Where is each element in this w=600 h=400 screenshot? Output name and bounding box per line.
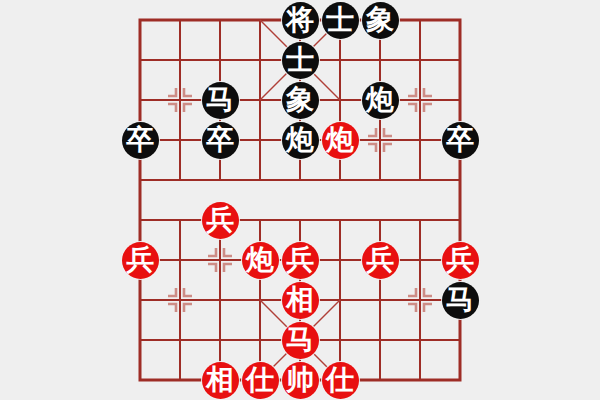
board-cell[interactable]: 炮 — [240, 240, 280, 280]
board-cell[interactable] — [400, 160, 440, 200]
board-cell[interactable] — [240, 280, 280, 320]
board-cell[interactable] — [160, 120, 200, 160]
board-cell[interactable] — [400, 0, 440, 40]
board-cell[interactable] — [120, 0, 160, 40]
board-cell[interactable] — [120, 80, 160, 120]
xiangqi-app: 将士象士马象炮卒卒炮炮卒兵兵炮兵兵兵相马马相仕帅仕 — [0, 0, 600, 400]
board-cell[interactable] — [200, 240, 240, 280]
board-cell[interactable] — [320, 200, 360, 240]
board-cell[interactable] — [400, 280, 440, 320]
board-cell[interactable] — [160, 80, 200, 120]
board-cell[interactable] — [120, 280, 160, 320]
board-cell[interactable] — [120, 360, 160, 400]
piece-red-soldier[interactable]: 兵 — [362, 242, 399, 279]
board-cell[interactable] — [200, 320, 240, 360]
board-cell[interactable] — [200, 160, 240, 200]
board-cell[interactable] — [320, 240, 360, 280]
board-cell[interactable]: 兵 — [120, 240, 160, 280]
board-cell[interactable] — [160, 40, 200, 80]
piece-black-horse[interactable]: 马 — [442, 282, 479, 319]
board-cell[interactable] — [120, 160, 160, 200]
board-cell[interactable] — [240, 120, 280, 160]
board-cell[interactable] — [360, 160, 400, 200]
board-cell[interactable]: 兵 — [280, 240, 320, 280]
board-cell[interactable] — [440, 160, 480, 200]
board-cell[interactable] — [160, 320, 200, 360]
piece-black-soldier[interactable]: 卒 — [122, 122, 159, 159]
board-cell[interactable] — [160, 280, 200, 320]
board-cell[interactable] — [240, 40, 280, 80]
board-cell[interactable] — [360, 200, 400, 240]
board-cell[interactable] — [400, 320, 440, 360]
board-cell[interactable] — [320, 320, 360, 360]
board-cell[interactable]: 马 — [200, 80, 240, 120]
board-cell[interactable]: 相 — [280, 280, 320, 320]
piece-red-soldier[interactable]: 兵 — [122, 242, 159, 279]
board-cell[interactable] — [440, 0, 480, 40]
board-cell[interactable]: 炮 — [280, 120, 320, 160]
board-cell[interactable] — [400, 80, 440, 120]
board-cell[interactable]: 相 — [200, 360, 240, 400]
board-cell[interactable]: 士 — [320, 0, 360, 40]
piece-red-general[interactable]: 帅 — [282, 362, 319, 399]
board-cell[interactable]: 仕 — [320, 360, 360, 400]
board-cell[interactable] — [320, 280, 360, 320]
board-cell[interactable] — [200, 40, 240, 80]
board-cell[interactable]: 象 — [360, 0, 400, 40]
board-cell[interactable] — [440, 360, 480, 400]
piece-black-cannon[interactable]: 炮 — [282, 122, 319, 159]
piece-red-soldier[interactable]: 兵 — [202, 202, 239, 239]
board-cell[interactable] — [360, 280, 400, 320]
board-cell[interactable] — [440, 320, 480, 360]
board-grid: 将士象士马象炮卒卒炮炮卒兵兵炮兵兵兵相马马相仕帅仕 — [120, 0, 480, 400]
board-cell[interactable] — [320, 80, 360, 120]
piece-red-horse[interactable]: 马 — [282, 322, 319, 359]
board-cell[interactable] — [240, 0, 280, 40]
board-cell[interactable] — [120, 200, 160, 240]
piece-black-soldier[interactable]: 卒 — [202, 122, 239, 159]
piece-red-cannon[interactable]: 炮 — [242, 242, 279, 279]
board-cell[interactable] — [320, 160, 360, 200]
board-cell[interactable] — [240, 160, 280, 200]
board-cell[interactable] — [400, 40, 440, 80]
board-cell[interactable] — [200, 280, 240, 320]
board-cell[interactable] — [440, 80, 480, 120]
board-cell[interactable] — [240, 200, 280, 240]
board-cell[interactable]: 象 — [280, 80, 320, 120]
piece-black-soldier[interactable]: 卒 — [442, 122, 479, 159]
board-cell[interactable] — [120, 320, 160, 360]
board-cell[interactable]: 卒 — [440, 120, 480, 160]
piece-red-soldier[interactable]: 兵 — [442, 242, 479, 279]
board-cell[interactable] — [160, 160, 200, 200]
board-cell[interactable] — [120, 40, 160, 80]
piece-black-cannon[interactable]: 炮 — [362, 82, 399, 119]
board-cell[interactable]: 兵 — [200, 200, 240, 240]
board-cell[interactable]: 马 — [440, 280, 480, 320]
board-cell[interactable] — [160, 240, 200, 280]
board-cell[interactable] — [280, 160, 320, 200]
board-cell[interactable] — [160, 360, 200, 400]
board-cell[interactable]: 兵 — [360, 240, 400, 280]
board-cell[interactable] — [280, 200, 320, 240]
board-cell[interactable] — [160, 0, 200, 40]
piece-black-general[interactable]: 将 — [282, 2, 319, 39]
board-cell[interactable] — [320, 40, 360, 80]
board-cell[interactable] — [240, 80, 280, 120]
board-cell[interactable]: 炮 — [320, 120, 360, 160]
board-cell[interactable]: 马 — [280, 320, 320, 360]
board-cell[interactable]: 帅 — [280, 360, 320, 400]
board-cell[interactable] — [400, 240, 440, 280]
board-cell[interactable] — [440, 200, 480, 240]
board-cell[interactable]: 兵 — [440, 240, 480, 280]
piece-red-advisor[interactable]: 仕 — [322, 362, 359, 399]
piece-black-elephant[interactable]: 象 — [282, 82, 319, 119]
board-cell[interactable]: 炮 — [360, 80, 400, 120]
board-cell[interactable]: 将 — [280, 0, 320, 40]
piece-red-elephant[interactable]: 相 — [282, 282, 319, 319]
board-cell[interactable]: 仕 — [240, 360, 280, 400]
piece-black-advisor[interactable]: 士 — [282, 42, 319, 79]
piece-black-elephant[interactable]: 象 — [362, 2, 399, 39]
board-cell[interactable] — [240, 320, 280, 360]
piece-black-horse[interactable]: 马 — [202, 82, 239, 119]
piece-red-elephant[interactable]: 相 — [202, 362, 239, 399]
piece-red-soldier[interactable]: 兵 — [282, 242, 319, 279]
board-cell[interactable]: 卒 — [200, 120, 240, 160]
piece-red-advisor[interactable]: 仕 — [242, 362, 279, 399]
board-cell[interactable] — [400, 120, 440, 160]
piece-red-cannon[interactable]: 炮 — [322, 122, 359, 159]
board-cell[interactable] — [360, 40, 400, 80]
board-cell[interactable] — [160, 200, 200, 240]
board-cell[interactable]: 士 — [280, 40, 320, 80]
board-cell[interactable] — [360, 320, 400, 360]
board-cell[interactable] — [360, 360, 400, 400]
board-cell[interactable] — [200, 0, 240, 40]
board-cell[interactable] — [400, 360, 440, 400]
board-cell[interactable] — [360, 120, 400, 160]
board-cell[interactable] — [440, 40, 480, 80]
piece-black-advisor[interactable]: 士 — [322, 2, 359, 39]
board-cell[interactable]: 卒 — [120, 120, 160, 160]
board-cell[interactable] — [400, 200, 440, 240]
